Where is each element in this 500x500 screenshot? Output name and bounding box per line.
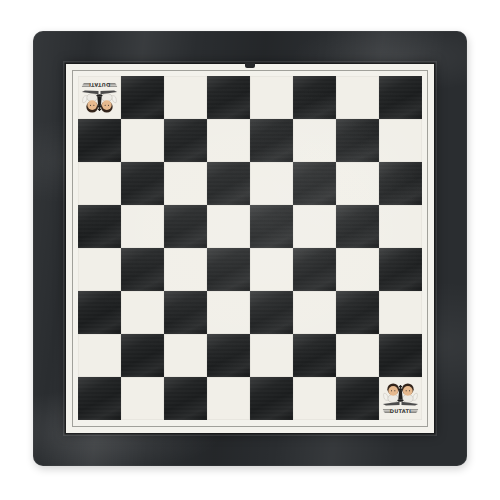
square-d1[interactable] xyxy=(207,377,250,420)
square-h5[interactable] xyxy=(379,205,422,248)
brand-logo-bottom-right: DUTATI xyxy=(379,377,422,420)
product-photo: DUTATI xyxy=(0,0,500,500)
square-b2[interactable] xyxy=(121,334,164,377)
square-b4[interactable] xyxy=(121,248,164,291)
square-g5[interactable] xyxy=(336,205,379,248)
square-c5[interactable] xyxy=(164,205,207,248)
square-a7[interactable] xyxy=(78,119,121,162)
square-g7[interactable] xyxy=(336,119,379,162)
square-g4[interactable] xyxy=(336,248,379,291)
square-c1[interactable] xyxy=(164,377,207,420)
square-g6[interactable] xyxy=(336,162,379,205)
square-d4[interactable] xyxy=(207,248,250,291)
square-c7[interactable] xyxy=(164,119,207,162)
board-grid: DUTATI xyxy=(78,76,422,420)
square-b7[interactable] xyxy=(121,119,164,162)
square-h6[interactable] xyxy=(379,162,422,205)
square-d8[interactable] xyxy=(207,76,250,119)
board-frame: DUTATI xyxy=(33,31,467,466)
square-c4[interactable] xyxy=(164,248,207,291)
square-e8[interactable] xyxy=(250,76,293,119)
square-h2[interactable] xyxy=(379,334,422,377)
square-f7[interactable] xyxy=(293,119,336,162)
square-e3[interactable] xyxy=(250,291,293,334)
square-b5[interactable] xyxy=(121,205,164,248)
square-g2[interactable] xyxy=(336,334,379,377)
brand-logo-icon: DUTATI xyxy=(80,78,119,117)
square-h3[interactable] xyxy=(379,291,422,334)
square-e5[interactable] xyxy=(250,205,293,248)
square-f2[interactable] xyxy=(293,334,336,377)
square-c8[interactable] xyxy=(164,76,207,119)
square-f6[interactable] xyxy=(293,162,336,205)
square-c2[interactable] xyxy=(164,334,207,377)
square-g1[interactable] xyxy=(336,377,379,420)
square-f5[interactable] xyxy=(293,205,336,248)
square-c3[interactable] xyxy=(164,291,207,334)
square-e2[interactable] xyxy=(250,334,293,377)
square-h4[interactable] xyxy=(379,248,422,291)
hinge-notch xyxy=(245,63,255,68)
square-d7[interactable] xyxy=(207,119,250,162)
brand-logo-icon: DUTATI xyxy=(381,379,420,418)
square-g8[interactable] xyxy=(336,76,379,119)
square-b1[interactable] xyxy=(121,377,164,420)
square-e1[interactable] xyxy=(250,377,293,420)
square-a4[interactable] xyxy=(78,248,121,291)
board-face: DUTATI xyxy=(66,64,434,433)
square-f8[interactable] xyxy=(293,76,336,119)
square-c6[interactable] xyxy=(164,162,207,205)
square-a2[interactable] xyxy=(78,334,121,377)
square-e4[interactable] xyxy=(250,248,293,291)
brand-logo-text: DUTATI xyxy=(89,82,110,88)
square-h8[interactable] xyxy=(379,76,422,119)
square-h7[interactable] xyxy=(379,119,422,162)
square-b8[interactable] xyxy=(121,76,164,119)
brand-logo-text: DUTATI xyxy=(390,408,411,414)
square-d6[interactable] xyxy=(207,162,250,205)
square-d3[interactable] xyxy=(207,291,250,334)
square-f3[interactable] xyxy=(293,291,336,334)
square-g3[interactable] xyxy=(336,291,379,334)
square-a1[interactable] xyxy=(78,377,121,420)
square-a6[interactable] xyxy=(78,162,121,205)
square-b3[interactable] xyxy=(121,291,164,334)
square-e6[interactable] xyxy=(250,162,293,205)
square-f1[interactable] xyxy=(293,377,336,420)
brand-logo-top-left: DUTATI xyxy=(78,76,121,119)
square-d5[interactable] xyxy=(207,205,250,248)
square-f4[interactable] xyxy=(293,248,336,291)
square-d2[interactable] xyxy=(207,334,250,377)
square-a5[interactable] xyxy=(78,205,121,248)
square-e7[interactable] xyxy=(250,119,293,162)
square-a3[interactable] xyxy=(78,291,121,334)
square-b6[interactable] xyxy=(121,162,164,205)
